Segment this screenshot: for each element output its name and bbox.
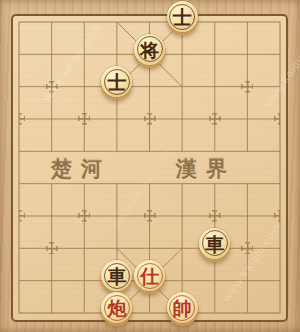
xiangqi-board: 楚河 漢界 士将士車車仕炮帥 www.kaiqiu.com www.kaiqiu… xyxy=(0,0,300,332)
piece-glyph: 士 xyxy=(107,73,126,92)
piece-glyph: 炮 xyxy=(107,299,126,318)
piece-black-general[interactable]: 将 xyxy=(134,34,165,65)
piece-glyph: 車 xyxy=(205,234,224,253)
piece-glyph: 仕 xyxy=(140,267,159,286)
piece-black-chariot[interactable]: 車 xyxy=(199,228,230,259)
piece-red-advisor[interactable]: 仕 xyxy=(134,260,165,291)
piece-black-advisor[interactable]: 士 xyxy=(167,1,198,32)
piece-glyph: 車 xyxy=(107,267,126,286)
piece-red-general[interactable]: 帥 xyxy=(167,292,198,323)
piece-black-chariot[interactable]: 車 xyxy=(101,260,132,291)
piece-glyph: 士 xyxy=(173,8,192,27)
piece-glyph: 帥 xyxy=(173,299,192,318)
piece-layer: 士将士車車仕炮帥 xyxy=(3,6,297,329)
piece-glyph: 将 xyxy=(140,40,159,59)
piece-black-advisor[interactable]: 士 xyxy=(101,66,132,97)
piece-red-cannon[interactable]: 炮 xyxy=(101,292,132,323)
